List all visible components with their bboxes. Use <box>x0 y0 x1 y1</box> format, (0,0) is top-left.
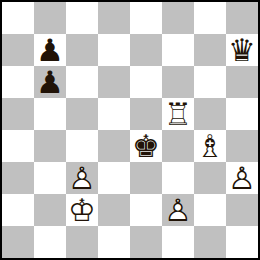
white-pawn: ♙ <box>226 162 258 194</box>
square-a3 <box>2 162 34 194</box>
square-e2 <box>130 194 162 226</box>
square-e6 <box>130 66 162 98</box>
square-h1 <box>226 226 258 258</box>
square-a1 <box>2 226 34 258</box>
square-e8 <box>130 2 162 34</box>
square-f3 <box>162 162 194 194</box>
square-e1 <box>130 226 162 258</box>
white-bishop-fill: ♝ <box>194 130 226 162</box>
square-c4 <box>66 130 98 162</box>
white-king-fill: ♚ <box>66 194 98 226</box>
square-c1 <box>66 226 98 258</box>
square-d3 <box>98 162 130 194</box>
square-d5 <box>98 98 130 130</box>
white-king: ♔ <box>66 194 98 226</box>
square-c6 <box>66 66 98 98</box>
square-d6 <box>98 66 130 98</box>
square-f1 <box>162 226 194 258</box>
square-d7 <box>98 34 130 66</box>
square-c2: ♚♔ <box>66 194 98 226</box>
square-g5 <box>194 98 226 130</box>
square-d2 <box>98 194 130 226</box>
square-f8 <box>162 2 194 34</box>
black-king: ♚ <box>130 130 162 162</box>
square-g2 <box>194 194 226 226</box>
square-b8 <box>34 2 66 34</box>
square-f6 <box>162 66 194 98</box>
square-g7 <box>194 34 226 66</box>
square-a8 <box>2 2 34 34</box>
white-pawn: ♙ <box>66 162 98 194</box>
square-b3 <box>34 162 66 194</box>
white-rook-fill: ♜ <box>162 98 194 130</box>
white-pawn: ♙ <box>162 194 194 226</box>
square-h8 <box>226 2 258 34</box>
black-queen: ♛ <box>226 34 258 66</box>
square-h6 <box>226 66 258 98</box>
white-pawn-fill: ♟ <box>66 162 98 194</box>
square-f4 <box>162 130 194 162</box>
square-f5: ♜♖ <box>162 98 194 130</box>
square-h3: ♟♙ <box>226 162 258 194</box>
square-a7 <box>2 34 34 66</box>
square-f2: ♟♙ <box>162 194 194 226</box>
square-h7: ♛ <box>226 34 258 66</box>
square-b4 <box>34 130 66 162</box>
square-b1 <box>34 226 66 258</box>
square-a4 <box>2 130 34 162</box>
black-pawn: ♟ <box>34 34 66 66</box>
square-e7 <box>130 34 162 66</box>
white-pawn-fill: ♟ <box>226 162 258 194</box>
square-e5 <box>130 98 162 130</box>
square-f7 <box>162 34 194 66</box>
white-bishop: ♗ <box>194 130 226 162</box>
square-c3: ♟♙ <box>66 162 98 194</box>
square-b7: ♟ <box>34 34 66 66</box>
square-g6 <box>194 66 226 98</box>
square-d1 <box>98 226 130 258</box>
square-e3 <box>130 162 162 194</box>
white-pawn-fill: ♟ <box>162 194 194 226</box>
chess-board: ♟♛♟♜♖♚♝♗♟♙♟♙♚♔♟♙ <box>0 0 260 260</box>
square-g3 <box>194 162 226 194</box>
square-a5 <box>2 98 34 130</box>
square-a6 <box>2 66 34 98</box>
white-rook: ♖ <box>162 98 194 130</box>
square-h5 <box>226 98 258 130</box>
square-g1 <box>194 226 226 258</box>
square-b2 <box>34 194 66 226</box>
square-a2 <box>2 194 34 226</box>
square-h4 <box>226 130 258 162</box>
black-pawn: ♟ <box>34 66 66 98</box>
square-d8 <box>98 2 130 34</box>
square-c5 <box>66 98 98 130</box>
square-g4: ♝♗ <box>194 130 226 162</box>
square-c7 <box>66 34 98 66</box>
square-b6: ♟ <box>34 66 66 98</box>
square-b5 <box>34 98 66 130</box>
square-c8 <box>66 2 98 34</box>
square-h2 <box>226 194 258 226</box>
square-g8 <box>194 2 226 34</box>
square-d4 <box>98 130 130 162</box>
square-e4: ♚ <box>130 130 162 162</box>
